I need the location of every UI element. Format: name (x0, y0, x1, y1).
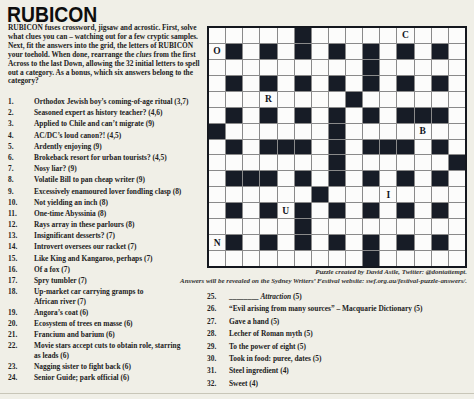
clue-number: 3. (8, 119, 34, 129)
grid-cell[interactable] (312, 44, 328, 59)
clue-text: Up-market car carrying gramps to African… (34, 287, 143, 306)
grid-cell[interactable]: U (278, 203, 294, 218)
black-cell (397, 140, 413, 155)
grid-cell[interactable] (243, 124, 259, 139)
grid-cell[interactable] (260, 251, 276, 266)
clue-item: 7.Nosy liar? (9) (8, 164, 207, 174)
grid-cell[interactable] (226, 219, 242, 234)
clue-text: ________ Attraction (5) (229, 292, 302, 302)
clue-item: 10.Not yielding an inch (8) (8, 198, 207, 208)
clue-number: 9. (8, 187, 34, 197)
grid-cell[interactable] (449, 28, 465, 43)
grid-cell[interactable] (329, 251, 345, 266)
grid-cell[interactable] (363, 187, 379, 202)
clue-number: 11. (8, 209, 34, 219)
grid-cell[interactable] (329, 219, 345, 234)
grid-cell[interactable] (278, 187, 294, 202)
grid-cell[interactable] (243, 187, 259, 202)
grid-cell[interactable] (278, 155, 294, 170)
grid-cell[interactable] (278, 76, 294, 91)
grid-cell[interactable] (329, 60, 345, 75)
clue-number: 32. (207, 379, 229, 389)
grid-cell[interactable] (449, 76, 465, 91)
grid-cell[interactable] (346, 219, 362, 234)
black-cell (295, 140, 311, 155)
black-cell (329, 235, 345, 250)
black-cell (226, 203, 242, 218)
grid-cell[interactable] (346, 108, 362, 123)
clue-item: 29.To the power of eight (5) (207, 342, 473, 352)
black-cell (226, 108, 242, 123)
grid-cell[interactable] (278, 124, 294, 139)
grid-cell[interactable] (363, 155, 379, 170)
grid-cell[interactable] (415, 140, 431, 155)
grid-cell[interactable] (449, 171, 465, 186)
grid-cell[interactable] (295, 60, 311, 75)
grid-cell[interactable] (363, 92, 379, 107)
grid-cell[interactable] (312, 92, 328, 107)
grid-cell[interactable] (312, 76, 328, 91)
clue-list-left: 1.Orthodox Jewish boy’s coming-of-age ri… (8, 97, 207, 385)
grid-cell[interactable]: B (415, 124, 431, 139)
clue-number: 30. (207, 354, 229, 364)
grid-cell[interactable] (260, 28, 276, 43)
grid-cell[interactable] (449, 219, 465, 234)
grid-cell[interactable] (226, 187, 242, 202)
grid-cell[interactable] (312, 60, 328, 75)
black-cell (329, 44, 345, 59)
grid-cell[interactable] (380, 124, 396, 139)
clue-number: 31. (207, 366, 229, 376)
clue-item: 31.Steel ingredient (4) (207, 366, 473, 376)
grid-cell[interactable] (260, 60, 276, 75)
clue-number: 28. (207, 329, 229, 339)
grid-cell[interactable] (209, 92, 225, 107)
clue-text: Took in food: puree, dates (5) (229, 354, 321, 364)
grid-cell[interactable] (449, 203, 465, 218)
grid-cell[interactable] (226, 28, 242, 43)
grid-cell[interactable] (295, 251, 311, 266)
black-cell (432, 235, 448, 250)
grid-cell[interactable] (346, 251, 362, 266)
clue-text: Rays array in these parlours (8) (34, 220, 134, 230)
grid-cell[interactable] (329, 92, 345, 107)
clue-item: 22.Movie stars accept cuts to obtain rol… (8, 341, 207, 360)
grid-cell[interactable] (243, 251, 259, 266)
grid-cell[interactable] (209, 187, 225, 202)
grid-cell[interactable] (380, 251, 396, 266)
grid-cell[interactable] (380, 219, 396, 234)
grid-cell[interactable] (260, 219, 276, 234)
clue-item: 17.Spry tumbler (7) (8, 276, 207, 286)
black-cell (432, 171, 448, 186)
black-cell (329, 76, 345, 91)
grid-cell[interactable] (397, 155, 413, 170)
black-cell (260, 235, 276, 250)
grid-cell[interactable] (243, 235, 259, 250)
grid-cell[interactable] (243, 140, 259, 155)
grid-cell[interactable] (415, 92, 431, 107)
black-cell (295, 76, 311, 91)
grid-cell[interactable] (295, 187, 311, 202)
black-cell (397, 76, 413, 91)
grid-cell[interactable] (278, 92, 294, 107)
grid-cell[interactable] (260, 124, 276, 139)
clue-item: 32.Sweet (4) (207, 379, 473, 389)
black-cell (226, 235, 242, 250)
clue-number: 19. (8, 308, 34, 318)
black-cell (363, 171, 379, 186)
black-cell (397, 203, 413, 218)
clue-number: 12. (8, 220, 34, 230)
grid-cell[interactable] (226, 155, 242, 170)
grid-cell[interactable] (415, 44, 431, 59)
grid-cell[interactable] (243, 92, 259, 107)
grid-cell[interactable] (312, 28, 328, 43)
clue-text: AC/DC’s loud canon?! (4,5) (34, 131, 121, 141)
black-cell (329, 108, 345, 123)
grid-cell[interactable] (226, 251, 242, 266)
black-cell (329, 140, 345, 155)
grid-cell[interactable] (260, 187, 276, 202)
black-cell (329, 124, 345, 139)
grid-cell[interactable] (415, 28, 431, 43)
grid-cell[interactable]: C (397, 28, 413, 43)
grid-cell[interactable] (432, 155, 448, 170)
grid-cell[interactable] (380, 60, 396, 75)
grid-cell[interactable] (363, 124, 379, 139)
black-cell (363, 140, 379, 155)
black-cell (432, 44, 448, 59)
grid-cell[interactable] (329, 28, 345, 43)
clue-item: 1.Orthodox Jewish boy’s coming-of-age ri… (8, 97, 207, 107)
grid-cell[interactable] (209, 28, 225, 43)
grid-cell[interactable] (380, 155, 396, 170)
grid-cell[interactable] (380, 171, 396, 186)
grid-cell[interactable] (397, 219, 413, 234)
clue-number: 1. (8, 97, 34, 107)
puzzle-instructions: RUBICON fuses crossword, jigsaw and acro… (8, 24, 205, 86)
clue-text: Brokeback resort for urban tourists? (4,… (34, 153, 167, 163)
black-cell (397, 171, 413, 186)
black-cell (295, 108, 311, 123)
grid-cell[interactable] (312, 203, 328, 218)
black-cell (295, 44, 311, 59)
clue-number: 2. (8, 108, 34, 118)
grid-cell[interactable] (449, 140, 465, 155)
grid-cell[interactable] (226, 92, 242, 107)
grid-cell[interactable] (415, 235, 431, 250)
black-cell (260, 108, 276, 123)
grid-cell[interactable] (415, 251, 431, 266)
clue-item: 4.AC/DC’s loud canon?! (4,5) (8, 131, 207, 141)
black-cell (295, 171, 311, 186)
grid-cell[interactable] (380, 92, 396, 107)
grid-cell[interactable] (432, 251, 448, 266)
black-cell (363, 251, 379, 266)
grid-cell[interactable] (415, 203, 431, 218)
clue-text: Movie stars accept cuts to obtain role, … (34, 341, 180, 360)
black-cell (260, 44, 276, 59)
grid-cell[interactable] (380, 108, 396, 123)
grid-cell[interactable] (346, 44, 362, 59)
grid-cell[interactable] (243, 44, 259, 59)
clue-text: Volatile Bill to pan cheap writer (9) (34, 175, 145, 185)
black-cell (397, 235, 413, 250)
grid-cell[interactable] (209, 251, 225, 266)
clue-text: Steel ingredient (4) (229, 366, 289, 376)
grid-cell[interactable] (415, 187, 431, 202)
grid-cell[interactable] (397, 60, 413, 75)
clue-item: 23.Nagging sister to fight back (6) (8, 362, 207, 372)
black-cell (397, 44, 413, 59)
black-cell (278, 140, 294, 155)
grid-cell[interactable] (278, 60, 294, 75)
clue-item: 24.Senior Guide; park official (6) (8, 373, 207, 383)
clue-number: 24. (8, 373, 34, 383)
grid-cell[interactable] (226, 124, 242, 139)
clue-text: Spry tumbler (7) (34, 276, 87, 286)
grid-cell[interactable] (449, 108, 465, 123)
clue-number: 22. (8, 341, 34, 360)
grid-cell[interactable]: O (209, 44, 225, 59)
grid-cell[interactable] (295, 92, 311, 107)
grid-cell[interactable] (260, 155, 276, 170)
clue-number: 5. (8, 142, 34, 152)
grid-cell[interactable]: R (260, 92, 276, 107)
black-cell (260, 140, 276, 155)
grid-cell[interactable] (380, 44, 396, 59)
clue-item: 12.Rays array in these parlours (8) (8, 220, 207, 230)
grid-cell[interactable] (415, 76, 431, 91)
grid-cell[interactable] (278, 108, 294, 123)
grid-cell[interactable] (278, 235, 294, 250)
clue-number: 20. (8, 319, 34, 329)
grid-cell[interactable] (312, 108, 328, 123)
grid-cell[interactable] (415, 60, 431, 75)
clue-item: 2.Seasoned expert as history teacher? (4… (8, 108, 207, 118)
clue-item: 3.Applied to Chile and can’t migrate (9) (8, 119, 207, 129)
black-cell (226, 76, 242, 91)
clue-text: Seasoned expert as history teacher? (4,6… (34, 108, 163, 118)
grid-cell[interactable]: I (380, 187, 396, 202)
clue-item: 9.Excessively enamoured lover fondling c… (8, 187, 207, 197)
grid-cell[interactable] (278, 28, 294, 43)
grid-cell[interactable] (209, 140, 225, 155)
black-cell (226, 44, 242, 59)
clue-number: 14. (8, 242, 34, 252)
grid-cell[interactable] (209, 155, 225, 170)
grid-cell[interactable] (449, 251, 465, 266)
grid-cell[interactable] (432, 60, 448, 75)
clue-number: 16. (8, 265, 34, 275)
clue-number: 23. (8, 362, 34, 372)
grid-cell[interactable] (380, 203, 396, 218)
clue-item: 20.Ecosystem of trees en masse (6) (8, 319, 207, 329)
grid-cell[interactable] (312, 235, 328, 250)
clue-text: Senior Guide; park official (6) (34, 373, 129, 383)
clue-number: 29. (207, 342, 229, 352)
clue-number: 10. (8, 198, 34, 208)
grid-cell[interactable] (312, 155, 328, 170)
black-cell (432, 203, 448, 218)
clue-text: “Evil arising from many sources” – Macqu… (229, 304, 423, 314)
grid-cell[interactable] (209, 76, 225, 91)
clue-number: 15. (8, 254, 34, 264)
grid-cell[interactable] (449, 124, 465, 139)
clue-text: Insignificant desserts? (7) (34, 231, 115, 241)
black-cell (363, 203, 379, 218)
clue-item: 5.Ardently enjoying (9) (8, 142, 207, 152)
grid-cell[interactable] (278, 251, 294, 266)
grid-cell[interactable] (243, 155, 259, 170)
clue-item: 28.Lecher of Roman myth (5) (207, 329, 473, 339)
clue-number: 21. (8, 330, 34, 340)
grid-cell[interactable] (346, 235, 362, 250)
clue-text: Ardently enjoying (9) (34, 142, 102, 152)
clue-number: 4. (8, 131, 34, 141)
grid-cell[interactable] (329, 187, 345, 202)
grid-cell[interactable] (432, 219, 448, 234)
black-cell (226, 140, 242, 155)
grid-cell[interactable] (278, 171, 294, 186)
grid-cell[interactable] (346, 155, 362, 170)
clue-number: 6. (8, 153, 34, 163)
bottom-divider (0, 393, 474, 394)
grid-cell[interactable] (312, 251, 328, 266)
grid-cell[interactable] (432, 28, 448, 43)
grid-cell[interactable] (312, 219, 328, 234)
black-cell (363, 108, 379, 123)
black-cell (329, 155, 345, 170)
clue-text: Like King and Kangaroo, perhaps (7) (34, 254, 153, 264)
clue-item: 21.Francium and barium (6) (8, 330, 207, 340)
clue-text: Ecosystem of trees en masse (6) (34, 319, 133, 329)
clue-number: 17. (8, 276, 34, 286)
grid-cell[interactable] (209, 171, 225, 186)
clue-item: 30.Took in food: puree, dates (5) (207, 354, 473, 364)
grid-cell[interactable] (397, 251, 413, 266)
clue-item: 18.Up-market car carrying gramps to Afri… (8, 287, 207, 306)
clue-text: Nagging sister to fight back (6) (34, 362, 131, 372)
clue-item: 26.“Evil arising from many sources” – Ma… (207, 304, 473, 314)
grid-cell[interactable] (243, 203, 259, 218)
grid-cell[interactable] (397, 187, 413, 202)
grid-cell[interactable] (415, 219, 431, 234)
clue-item: 13.Insignificant desserts? (7) (8, 231, 207, 241)
clue-text: To the power of eight (5) (229, 342, 306, 352)
grid-cell[interactable] (397, 124, 413, 139)
grid-cell[interactable] (278, 219, 294, 234)
grid-cell[interactable] (415, 171, 431, 186)
grid-cell[interactable] (449, 60, 465, 75)
clue-item: 8.Volatile Bill to pan cheap writer (9) (8, 175, 207, 185)
black-cell (363, 60, 379, 75)
grid-cell[interactable] (432, 124, 448, 139)
clue-number: 27. (207, 317, 229, 327)
clue-item: 6.Brokeback resort for urban tourists? (… (8, 153, 207, 163)
grid-cell[interactable] (432, 92, 448, 107)
grid-cell[interactable] (295, 124, 311, 139)
grid-cell[interactable] (346, 76, 362, 91)
grid-cell[interactable] (449, 235, 465, 250)
grid-cell[interactable] (346, 124, 362, 139)
grid-cell[interactable] (243, 108, 259, 123)
grid-cell[interactable] (243, 219, 259, 234)
grid-cell[interactable] (397, 92, 413, 107)
clue-text: Orthodox Jewish boy’s coming-of-age ritu… (34, 97, 189, 107)
grid-cell[interactable] (380, 235, 396, 250)
clue-item: 14.Introvert oversees our racket (7) (8, 242, 207, 252)
clue-text: Of a fox (7) (34, 265, 70, 275)
grid-cell[interactable] (209, 60, 225, 75)
clue-item: 25.________ Attraction (5) (207, 292, 473, 302)
grid-cell[interactable] (209, 203, 225, 218)
crossword-grid: CORBIUN (207, 26, 467, 268)
clue-number: 8. (8, 175, 34, 185)
grid-cell[interactable] (243, 76, 259, 91)
grid-cell[interactable] (432, 187, 448, 202)
grid-cell[interactable] (415, 155, 431, 170)
clue-item: 16.Of a fox (7) (8, 265, 207, 275)
black-cell (295, 235, 311, 250)
grid-cell[interactable] (346, 171, 362, 186)
grid-cell[interactable] (380, 28, 396, 43)
clue-text: Sweet (4) (229, 379, 258, 389)
grid-cell[interactable] (363, 28, 379, 43)
black-cell (226, 171, 242, 186)
grid-cell[interactable] (209, 219, 225, 234)
clue-item: 15.Like King and Kangaroo, perhaps (7) (8, 254, 207, 264)
clue-item: 27.Gave a hand (5) (207, 317, 473, 327)
black-cell (329, 203, 345, 218)
grid-cell[interactable] (449, 92, 465, 107)
clue-number: 13. (8, 231, 34, 241)
grid-cell[interactable] (380, 76, 396, 91)
grid-cell[interactable] (243, 28, 259, 43)
grid-cell[interactable] (363, 219, 379, 234)
grid-cell[interactable] (226, 60, 242, 75)
grid-cell[interactable] (278, 44, 294, 59)
grid-cell[interactable] (346, 60, 362, 75)
grid-cell[interactable] (312, 171, 328, 186)
grid-cell[interactable] (346, 187, 362, 202)
clue-text: Introvert oversees our racket (7) (34, 242, 136, 252)
clue-text: Angora’s coat (6) (34, 308, 88, 318)
clue-number: 26. (207, 304, 229, 314)
grid-cell[interactable] (209, 108, 225, 123)
clue-text: Lecher of Roman myth (5) (229, 329, 313, 339)
black-cell (260, 171, 276, 186)
grid-cell[interactable] (346, 203, 362, 218)
clue-item: 19.Angora’s coat (6) (8, 308, 207, 318)
grid-cell[interactable] (449, 44, 465, 59)
grid-cell[interactable] (346, 28, 362, 43)
grid-cell[interactable] (449, 187, 465, 202)
clue-number: 18. (8, 287, 34, 306)
black-cell (449, 155, 465, 170)
clue-text: Excessively enamoured lover fondling cla… (34, 187, 181, 197)
grid-cell[interactable] (312, 140, 328, 155)
clue-text: Applied to Chile and can’t migrate (9) (34, 119, 154, 129)
grid-cell[interactable] (346, 140, 362, 155)
grid-cell[interactable]: N (209, 235, 225, 250)
black-cell (415, 108, 431, 123)
grid-cell[interactable] (295, 155, 311, 170)
grid-cell[interactable] (243, 60, 259, 75)
grid-cell[interactable] (312, 124, 328, 139)
black-cell (432, 140, 448, 155)
